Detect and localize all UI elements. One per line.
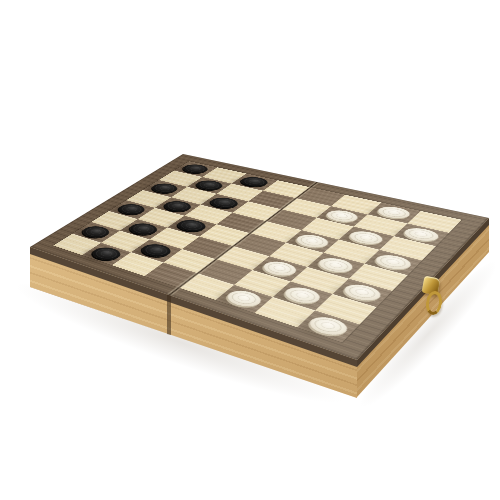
product-photo — [0, 0, 500, 500]
